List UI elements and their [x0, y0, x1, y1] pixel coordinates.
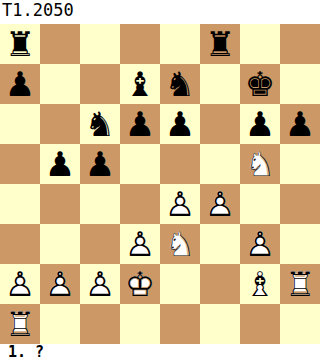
white-rook-fill: ♜: [280, 264, 320, 304]
square-h5[interactable]: [280, 144, 320, 184]
square-d8[interactable]: [120, 24, 160, 64]
square-h6[interactable]: ♟: [280, 104, 320, 144]
white-knight-piece: ♘: [240, 144, 280, 184]
white-rook-piece: ♖: [0, 304, 40, 344]
square-d3[interactable]: ♟♙: [120, 224, 160, 264]
square-b5[interactable]: ♟: [40, 144, 80, 184]
square-g3[interactable]: ♟♙: [240, 224, 280, 264]
square-h7[interactable]: [280, 64, 320, 104]
square-c3[interactable]: [80, 224, 120, 264]
white-pawn-piece: ♙: [160, 184, 200, 224]
black-pawn-piece: ♟: [80, 144, 120, 184]
black-knight-piece: ♞: [80, 104, 120, 144]
white-rook-piece: ♖: [280, 264, 320, 304]
square-f3[interactable]: [200, 224, 240, 264]
square-a7[interactable]: ♟: [0, 64, 40, 104]
black-rook-piece: ♜: [200, 24, 240, 64]
square-b6[interactable]: [40, 104, 80, 144]
square-d5[interactable]: [120, 144, 160, 184]
square-e3[interactable]: ♞♘: [160, 224, 200, 264]
square-f1[interactable]: [200, 304, 240, 344]
square-g6[interactable]: ♟: [240, 104, 280, 144]
square-c5[interactable]: ♟: [80, 144, 120, 184]
square-g1[interactable]: [240, 304, 280, 344]
square-d2[interactable]: ♚♔: [120, 264, 160, 304]
white-rook-fill: ♜: [0, 304, 40, 344]
square-d4[interactable]: [120, 184, 160, 224]
black-pawn-piece: ♟: [120, 104, 160, 144]
white-pawn-fill: ♟: [240, 224, 280, 264]
white-pawn-fill: ♟: [40, 264, 80, 304]
white-pawn-piece: ♙: [40, 264, 80, 304]
move-prompt-label: 1. ?: [8, 343, 44, 360]
white-pawn-piece: ♙: [80, 264, 120, 304]
black-knight-piece: ♞: [160, 64, 200, 104]
square-c8[interactable]: [80, 24, 120, 64]
white-bishop-piece: ♗: [240, 264, 280, 304]
square-f6[interactable]: [200, 104, 240, 144]
square-f7[interactable]: [200, 64, 240, 104]
square-f5[interactable]: [200, 144, 240, 184]
square-a2[interactable]: ♟♙: [0, 264, 40, 304]
puzzle-id-label: T1.2050: [2, 0, 74, 20]
square-g4[interactable]: [240, 184, 280, 224]
white-knight-fill: ♞: [160, 224, 200, 264]
white-pawn-fill: ♟: [80, 264, 120, 304]
square-a8[interactable]: ♜: [0, 24, 40, 64]
footer-bar: 1. ?: [0, 344, 320, 360]
square-b3[interactable]: [40, 224, 80, 264]
black-king-piece: ♚: [240, 64, 280, 104]
header-bar: T1.2050: [0, 0, 320, 24]
square-a5[interactable]: [0, 144, 40, 184]
square-b1[interactable]: [40, 304, 80, 344]
square-e4[interactable]: ♟♙: [160, 184, 200, 224]
white-king-fill: ♚: [120, 264, 160, 304]
square-d6[interactable]: ♟: [120, 104, 160, 144]
square-g8[interactable]: [240, 24, 280, 64]
square-b7[interactable]: [40, 64, 80, 104]
square-b4[interactable]: [40, 184, 80, 224]
square-f2[interactable]: [200, 264, 240, 304]
square-g2[interactable]: ♝♗: [240, 264, 280, 304]
square-a1[interactable]: ♜♖: [0, 304, 40, 344]
square-e6[interactable]: ♟: [160, 104, 200, 144]
white-king-piece: ♔: [120, 264, 160, 304]
square-d1[interactable]: [120, 304, 160, 344]
square-c6[interactable]: ♞: [80, 104, 120, 144]
square-c4[interactable]: [80, 184, 120, 224]
square-c1[interactable]: [80, 304, 120, 344]
white-knight-piece: ♘: [160, 224, 200, 264]
square-b2[interactable]: ♟♙: [40, 264, 80, 304]
black-pawn-piece: ♟: [240, 104, 280, 144]
square-c2[interactable]: ♟♙: [80, 264, 120, 304]
black-pawn-piece: ♟: [40, 144, 80, 184]
white-knight-fill: ♞: [240, 144, 280, 184]
square-h8[interactable]: [280, 24, 320, 64]
square-a6[interactable]: [0, 104, 40, 144]
white-pawn-piece: ♙: [0, 264, 40, 304]
white-pawn-piece: ♙: [120, 224, 160, 264]
white-pawn-piece: ♙: [240, 224, 280, 264]
square-h3[interactable]: [280, 224, 320, 264]
square-g7[interactable]: ♚: [240, 64, 280, 104]
square-h2[interactable]: ♜♖: [280, 264, 320, 304]
square-d7[interactable]: ♝: [120, 64, 160, 104]
square-f4[interactable]: ♟♙: [200, 184, 240, 224]
square-e8[interactable]: [160, 24, 200, 64]
white-pawn-piece: ♙: [200, 184, 240, 224]
square-g5[interactable]: ♞♘: [240, 144, 280, 184]
white-pawn-fill: ♟: [120, 224, 160, 264]
white-pawn-fill: ♟: [200, 184, 240, 224]
white-bishop-fill: ♝: [240, 264, 280, 304]
black-pawn-piece: ♟: [0, 64, 40, 104]
square-a3[interactable]: [0, 224, 40, 264]
square-a4[interactable]: [0, 184, 40, 224]
square-e7[interactable]: ♞: [160, 64, 200, 104]
white-pawn-fill: ♟: [0, 264, 40, 304]
chess-board: ♜♜♟♝♞♚♞♟♟♟♟♟♟♞♘♟♙♟♙♟♙♞♘♟♙♟♙♟♙♟♙♚♔♝♗♜♖♜♖: [0, 24, 320, 344]
white-pawn-fill: ♟: [160, 184, 200, 224]
black-pawn-piece: ♟: [280, 104, 320, 144]
square-h1[interactable]: [280, 304, 320, 344]
black-rook-piece: ♜: [0, 24, 40, 64]
square-e1[interactable]: [160, 304, 200, 344]
square-e5[interactable]: [160, 144, 200, 184]
black-bishop-piece: ♝: [120, 64, 160, 104]
square-e2[interactable]: [160, 264, 200, 304]
square-f8[interactable]: ♜: [200, 24, 240, 64]
black-pawn-piece: ♟: [160, 104, 200, 144]
square-c7[interactable]: [80, 64, 120, 104]
square-b8[interactable]: [40, 24, 80, 64]
chess-puzzle-window: T1.2050 ♜♜♟♝♞♚♞♟♟♟♟♟♟♞♘♟♙♟♙♟♙♞♘♟♙♟♙♟♙♟♙♚…: [0, 0, 320, 360]
square-h4[interactable]: [280, 184, 320, 224]
